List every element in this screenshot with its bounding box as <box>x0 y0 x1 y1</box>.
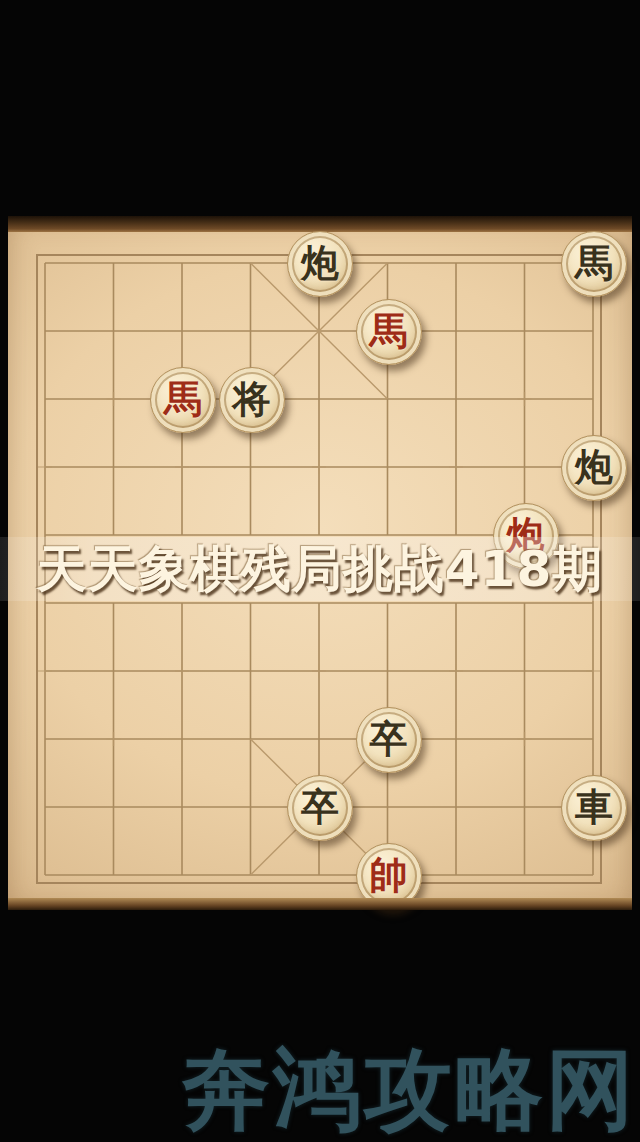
piece-black-general[interactable]: 将 <box>219 367 285 433</box>
piece-glyph: 炮 <box>575 448 613 486</box>
piece-red-horse[interactable]: 馬 <box>150 367 216 433</box>
screenshot-stage: 炮馬馬馬将炮炮卒卒車帥 天天象棋残局挑战418期 奔鸿攻略网 <box>0 0 640 1142</box>
board-frame-bottom <box>8 898 632 910</box>
piece-black-cannon[interactable]: 炮 <box>561 435 627 501</box>
piece-glyph: 馬 <box>370 312 408 350</box>
piece-red-horse[interactable]: 馬 <box>356 299 422 365</box>
watermark-text: 奔鸿攻略网 <box>182 1042 640 1138</box>
piece-black-soldier[interactable]: 卒 <box>287 775 353 841</box>
piece-glyph: 車 <box>575 788 613 826</box>
title-overlay-band: 天天象棋残局挑战418期 <box>0 537 640 601</box>
piece-black-horse[interactable]: 馬 <box>561 231 627 297</box>
piece-black-cannon[interactable]: 炮 <box>287 231 353 297</box>
piece-black-chariot[interactable]: 車 <box>561 775 627 841</box>
piece-glyph: 馬 <box>575 244 613 282</box>
piece-glyph: 将 <box>233 380 271 418</box>
piece-glyph: 帥 <box>370 856 408 894</box>
piece-glyph: 馬 <box>164 380 202 418</box>
piece-glyph: 卒 <box>301 788 339 826</box>
title-overlay-text: 天天象棋残局挑战418期 <box>37 536 603 603</box>
piece-glyph: 卒 <box>370 720 408 758</box>
piece-glyph: 炮 <box>301 244 339 282</box>
piece-black-soldier[interactable]: 卒 <box>356 707 422 773</box>
